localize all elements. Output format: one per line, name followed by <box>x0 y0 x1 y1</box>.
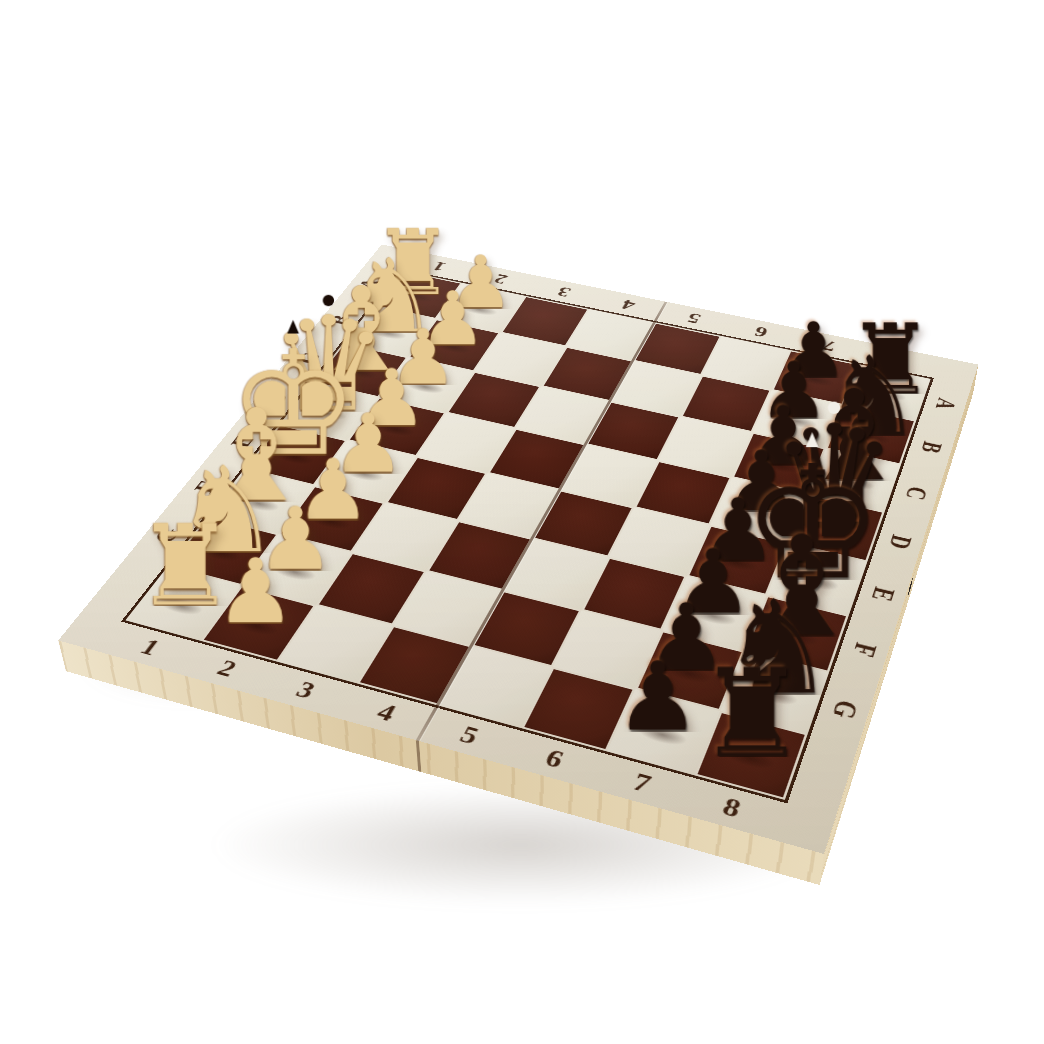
board-surface: 12345678 12345678 ABCDEFGH ABCDEFGH ♜♟♟♜… <box>58 244 978 854</box>
bq-finial-ball <box>828 402 840 414</box>
chess-board: 12345678 12345678 ABCDEFGH ABCDEFGH ♜♟♟♜… <box>58 244 978 854</box>
piece-black-rook-h8[interactable]: ♜ <box>697 652 807 774</box>
piece-white-pawn-h2[interactable]: ♟ <box>216 548 296 637</box>
wq-finial-ball <box>323 295 334 306</box>
square-h8[interactable]: ♜ <box>695 711 808 800</box>
product-photo: 12345678 12345678 ABCDEFGH ABCDEFGH ♜♟♟♜… <box>0 0 1044 1044</box>
square-d5[interactable] <box>560 444 658 507</box>
piece-black-pawn-h7[interactable]: ♟ <box>615 650 700 745</box>
wk-finial-cone <box>287 320 299 334</box>
playfield: ♜♟♟♜♞♟♟♞♝♟♟♝♛♟♟♛♚♟♟♚♝♟♟♝♞♟♟♞♜♟♟♜ <box>121 269 934 804</box>
bk-finial-cone <box>806 432 819 447</box>
